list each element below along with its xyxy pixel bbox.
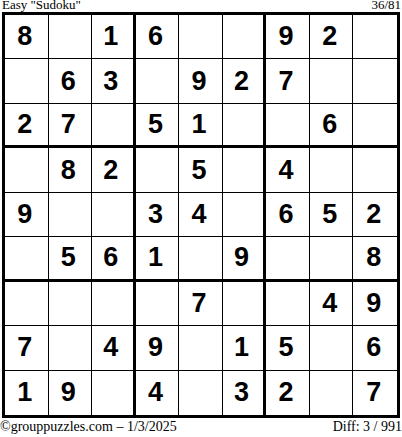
cell-r9c2: 9 (49, 371, 93, 415)
cell-r6c5[interactable] (179, 237, 223, 281)
cell-r1c7: 9 (266, 15, 310, 59)
cell-r3c6[interactable] (223, 104, 267, 148)
cell-r8c3: 4 (92, 326, 136, 370)
cell-r5c6[interactable] (223, 193, 267, 237)
cell-r8c7: 5 (266, 326, 310, 370)
cell-r1c2[interactable] (49, 15, 93, 59)
cell-r1c6[interactable] (223, 15, 267, 59)
cell-r9c1: 1 (5, 371, 49, 415)
cell-r3c5: 1 (179, 104, 223, 148)
cell-r4c3: 2 (92, 148, 136, 192)
cell-r9c6: 3 (223, 371, 267, 415)
cell-r5c2[interactable] (49, 193, 93, 237)
cell-r8c6: 1 (223, 326, 267, 370)
cell-r2c5: 9 (179, 59, 223, 103)
cell-r8c2[interactable] (49, 326, 93, 370)
cell-r2c6: 2 (223, 59, 267, 103)
cell-r2c9[interactable] (353, 59, 397, 103)
cell-r5c7: 6 (266, 193, 310, 237)
cell-r7c7[interactable] (266, 282, 310, 326)
cell-r8c8[interactable] (310, 326, 354, 370)
footer-difficulty: Diff: 3 / 991 (333, 419, 402, 435)
cell-r7c3[interactable] (92, 282, 136, 326)
cell-r8c1: 7 (5, 326, 49, 370)
cell-r4c4[interactable] (136, 148, 180, 192)
cell-r7c9: 9 (353, 282, 397, 326)
cell-r3c9[interactable] (353, 104, 397, 148)
cell-r2c1[interactable] (5, 59, 49, 103)
cell-r9c4: 4 (136, 371, 180, 415)
sudoku-page: Easy "Sudoku" 36/81 81692639272751682549… (0, 0, 402, 437)
cell-r8c9: 6 (353, 326, 397, 370)
cell-r9c9: 7 (353, 371, 397, 415)
cell-r1c1: 8 (5, 15, 49, 59)
cell-r6c8[interactable] (310, 237, 354, 281)
cell-r7c1[interactable] (5, 282, 49, 326)
cell-r7c2[interactable] (49, 282, 93, 326)
cell-r5c3[interactable] (92, 193, 136, 237)
cell-r4c6[interactable] (223, 148, 267, 192)
page-title: Easy "Sudoku" (2, 0, 81, 12)
cell-r9c3[interactable] (92, 371, 136, 415)
cell-r4c7: 4 (266, 148, 310, 192)
cell-r4c9[interactable] (353, 148, 397, 192)
cell-r5c5: 4 (179, 193, 223, 237)
cell-r3c3[interactable] (92, 104, 136, 148)
cell-r3c7[interactable] (266, 104, 310, 148)
cell-r3c1: 2 (5, 104, 49, 148)
cell-r5c8: 5 (310, 193, 354, 237)
cell-r9c8[interactable] (310, 371, 354, 415)
cell-r7c6[interactable] (223, 282, 267, 326)
cell-r4c8[interactable] (310, 148, 354, 192)
cell-r6c2: 5 (49, 237, 93, 281)
cell-r2c4[interactable] (136, 59, 180, 103)
cell-r1c4: 6 (136, 15, 180, 59)
cell-r2c3: 3 (92, 59, 136, 103)
cell-r1c9[interactable] (353, 15, 397, 59)
cell-r7c5: 7 (179, 282, 223, 326)
cell-r6c9: 8 (353, 237, 397, 281)
cell-r4c5: 5 (179, 148, 223, 192)
cell-r2c2: 6 (49, 59, 93, 103)
cell-r5c4: 3 (136, 193, 180, 237)
cell-r6c4: 1 (136, 237, 180, 281)
cell-r6c1[interactable] (5, 237, 49, 281)
cell-r4c1[interactable] (5, 148, 49, 192)
header: Easy "Sudoku" 36/81 (2, 0, 401, 12)
cell-r9c7: 2 (266, 371, 310, 415)
cell-r6c6: 9 (223, 237, 267, 281)
givens-counter: 36/81 (371, 0, 401, 12)
cell-r1c3: 1 (92, 15, 136, 59)
cell-r2c8[interactable] (310, 59, 354, 103)
cell-r9c5[interactable] (179, 371, 223, 415)
cell-r3c2: 7 (49, 104, 93, 148)
cell-r4c2: 8 (49, 148, 93, 192)
cell-r3c4: 5 (136, 104, 180, 148)
cell-r1c5[interactable] (179, 15, 223, 59)
cell-r3c8: 6 (310, 104, 354, 148)
cell-r1c8: 2 (310, 15, 354, 59)
cell-r8c4: 9 (136, 326, 180, 370)
footer-credit: ©grouppuzzles.com – 1/3/2025 (0, 419, 177, 435)
cell-r5c1: 9 (5, 193, 49, 237)
cell-r8c5[interactable] (179, 326, 223, 370)
cell-r6c3: 6 (92, 237, 136, 281)
cell-r7c4[interactable] (136, 282, 180, 326)
sudoku-board: 8169263927275168254934652561987497491561… (2, 12, 400, 418)
footer: ©grouppuzzles.com – 1/3/2025 Diff: 3 / 9… (0, 419, 402, 435)
cell-r7c8: 4 (310, 282, 354, 326)
cell-r6c7[interactable] (266, 237, 310, 281)
cell-r2c7: 7 (266, 59, 310, 103)
cell-r5c9: 2 (353, 193, 397, 237)
